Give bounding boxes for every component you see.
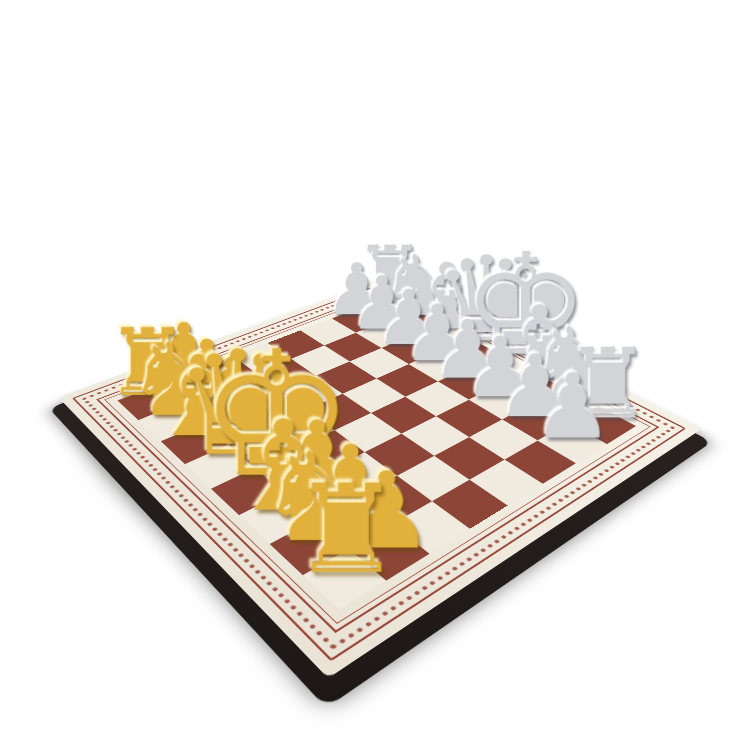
piece-gold-rook: ♜	[106, 316, 152, 409]
chess-set: ♜♞♝♛♚♝♞♜♟♟♟♟♟♟♟♟♟♟♟♟♟♟♟♟♜♞♝♛♚♝♞♜	[59, 275, 702, 678]
scene-3d: ♜♞♝♛♚♝♞♜♟♟♟♟♟♟♟♟♟♟♟♟♟♟♟♟♜♞♝♛♚♝♞♜	[0, 0, 750, 750]
chess-board: ♜♞♝♛♚♝♞♜♟♟♟♟♟♟♟♟♟♟♟♟♟♟♟♟♜♞♝♛♚♝♞♜	[59, 275, 702, 678]
page-background: ♜♞♝♛♚♝♞♜♟♟♟♟♟♟♟♟♟♟♟♟♟♟♟♟♜♞♝♛♚♝♞♜	[0, 0, 750, 750]
